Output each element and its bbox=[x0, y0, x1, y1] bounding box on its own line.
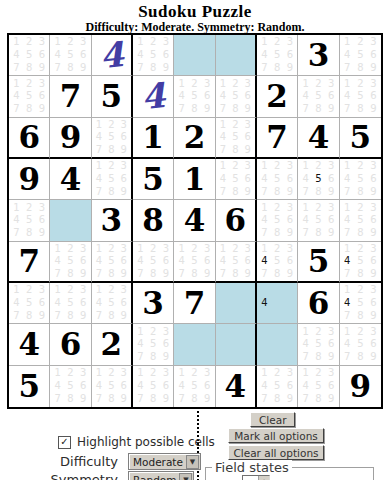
option-digit[interactable]: 7 bbox=[51, 310, 64, 323]
option-digit[interactable]: 2 bbox=[312, 160, 325, 173]
option-digit[interactable]: 4 bbox=[51, 255, 64, 267]
option-digit[interactable]: 5 bbox=[105, 131, 117, 143]
listbox-scrollbar[interactable]: ▲ bbox=[258, 476, 269, 480]
option-digit[interactable]: 8 bbox=[64, 268, 77, 280]
option-digit[interactable]: 1 bbox=[10, 36, 23, 49]
cell-r9c9[interactable]: 9 bbox=[340, 366, 381, 407]
option-digit[interactable]: 6 bbox=[118, 131, 130, 143]
option-digit[interactable]: 5 bbox=[312, 214, 325, 227]
option-digit[interactable]: 2 bbox=[105, 243, 117, 255]
option-digit[interactable]: 6 bbox=[118, 297, 130, 310]
cell-r6c6[interactable]: 123456789 bbox=[216, 242, 257, 283]
cell-r2c9[interactable]: 123456789 bbox=[340, 76, 381, 117]
option-digit[interactable]: 6 bbox=[77, 255, 90, 267]
option-digit[interactable]: 7 bbox=[134, 393, 147, 406]
option-digit[interactable]: 5 bbox=[354, 90, 367, 103]
option-digit[interactable]: 7 bbox=[258, 393, 271, 406]
cell-r8c6[interactable] bbox=[216, 324, 257, 365]
option-digit[interactable]: 1 bbox=[299, 160, 312, 173]
cell-r6c8[interactable]: 5 bbox=[298, 242, 339, 283]
cell-r1c9[interactable]: 123456789 bbox=[340, 35, 381, 76]
option-digit[interactable]: 5 bbox=[271, 173, 284, 186]
option-digit[interactable]: 7 bbox=[341, 103, 354, 116]
option-digit[interactable]: 8 bbox=[147, 268, 160, 280]
cell-r4c1[interactable]: 9 bbox=[9, 159, 50, 200]
option-digit[interactable]: 8 bbox=[354, 351, 367, 364]
option-digit[interactable]: 7 bbox=[299, 393, 312, 406]
option-digit[interactable]: 2 bbox=[188, 367, 201, 380]
option-digit[interactable]: 6 bbox=[242, 90, 254, 103]
option-digit[interactable]: 1 bbox=[341, 36, 354, 49]
option-digit[interactable]: 3 bbox=[284, 201, 297, 214]
option-digit[interactable]: 7 bbox=[258, 268, 271, 280]
option-digit[interactable]: 5 bbox=[229, 90, 241, 103]
cell-r9c5[interactable]: 123456789 bbox=[174, 366, 215, 407]
option-digit[interactable]: 3 bbox=[77, 367, 90, 380]
option-digit[interactable]: 9 bbox=[367, 62, 380, 75]
option-digit[interactable]: 1 bbox=[51, 367, 64, 380]
option-digit[interactable]: 2 bbox=[229, 160, 241, 173]
option-digit[interactable]: 6 bbox=[77, 297, 90, 310]
option-digit[interactable]: 2 bbox=[312, 367, 325, 380]
cell-r4c4[interactable]: 5 bbox=[133, 159, 174, 200]
option-digit[interactable]: 8 bbox=[229, 268, 241, 280]
option-digit[interactable]: 6 bbox=[201, 380, 214, 393]
option-digit[interactable] bbox=[284, 284, 297, 297]
option-digit[interactable]: 1 bbox=[258, 367, 271, 380]
option-digit[interactable]: 3 bbox=[201, 367, 214, 380]
option-digit[interactable]: 3 bbox=[367, 243, 380, 255]
option-digit[interactable]: 3 bbox=[36, 284, 49, 297]
option-digit[interactable]: 7 bbox=[175, 103, 188, 116]
option-digit[interactable]: 7 bbox=[93, 268, 105, 280]
option-digit[interactable]: 4 bbox=[217, 131, 229, 143]
option-digit[interactable]: 4 bbox=[258, 380, 271, 393]
option-digit[interactable]: 3 bbox=[77, 243, 90, 255]
option-digit[interactable]: 1 bbox=[10, 284, 23, 297]
option-digit[interactable]: 6 bbox=[325, 173, 338, 186]
option-digit[interactable]: 2 bbox=[229, 243, 241, 255]
option-digit[interactable]: 6 bbox=[77, 49, 90, 62]
option-digit[interactable]: 3 bbox=[160, 36, 173, 49]
cell-r5c8[interactable]: 123456789 bbox=[298, 200, 339, 241]
option-digit[interactable]: 4 bbox=[134, 338, 147, 351]
option-digit[interactable]: 2 bbox=[23, 36, 36, 49]
option-digit[interactable]: 6 bbox=[36, 214, 49, 227]
option-digit[interactable]: 1 bbox=[51, 36, 64, 49]
option-digit[interactable]: 9 bbox=[77, 310, 90, 323]
option-digit[interactable]: 1 bbox=[299, 325, 312, 338]
option-digit[interactable]: 3 bbox=[325, 367, 338, 380]
option-digit[interactable]: 9 bbox=[118, 310, 130, 323]
option-digit[interactable]: 4 bbox=[341, 297, 354, 310]
option-digit[interactable]: 5 bbox=[354, 214, 367, 227]
cell-r4c8[interactable]: 123456789 bbox=[298, 159, 339, 200]
option-digit[interactable]: 8 bbox=[23, 103, 36, 116]
option-digit[interactable]: 9 bbox=[242, 268, 254, 280]
option-digit[interactable]: 1 bbox=[217, 160, 229, 173]
option-digit[interactable]: 2 bbox=[188, 243, 201, 255]
option-digit[interactable]: 5 bbox=[105, 297, 117, 310]
option-digit[interactable]: 5 bbox=[105, 380, 117, 393]
option-digit[interactable]: 3 bbox=[367, 36, 380, 49]
option-digit[interactable]: 6 bbox=[77, 380, 90, 393]
option-digit[interactable]: 4 bbox=[341, 173, 354, 186]
option-digit[interactable]: 4 bbox=[258, 255, 271, 267]
cell-r1c3[interactable]: 4 bbox=[92, 35, 133, 76]
option-digit[interactable]: 2 bbox=[188, 77, 201, 90]
cell-r1c2[interactable]: 123456789 bbox=[50, 35, 91, 76]
option-digit[interactable]: 1 bbox=[341, 243, 354, 255]
option-digit[interactable]: 5 bbox=[354, 338, 367, 351]
option-digit[interactable]: 4 bbox=[341, 214, 354, 227]
option-digit[interactable]: 6 bbox=[284, 173, 297, 186]
option-digit[interactable]: 7 bbox=[299, 103, 312, 116]
option-digit[interactable]: 2 bbox=[64, 243, 77, 255]
option-digit[interactable]: 3 bbox=[325, 77, 338, 90]
option-digit[interactable]: 3 bbox=[325, 325, 338, 338]
cell-r9c4[interactable]: 123456789 bbox=[133, 366, 174, 407]
option-digit[interactable]: 5 bbox=[271, 380, 284, 393]
option-digit[interactable]: 1 bbox=[341, 160, 354, 173]
cell-r5c3[interactable]: 3 bbox=[92, 200, 133, 241]
option-digit[interactable]: 2 bbox=[354, 201, 367, 214]
cell-r8c3[interactable]: 2 bbox=[92, 324, 133, 365]
option-digit[interactable]: 3 bbox=[284, 367, 297, 380]
cell-r3c3[interactable]: 123456789 bbox=[92, 118, 133, 159]
option-digit[interactable]: 9 bbox=[160, 351, 173, 364]
option-digit[interactable]: 4 bbox=[51, 49, 64, 62]
option-digit[interactable]: 5 bbox=[354, 173, 367, 186]
option-digit[interactable]: 7 bbox=[258, 186, 271, 199]
cell-r1c6[interactable] bbox=[216, 35, 257, 76]
cell-r4c7[interactable]: 123456789 bbox=[257, 159, 298, 200]
option-digit[interactable]: 7 bbox=[217, 144, 229, 156]
cell-r7c2[interactable]: 123456789 bbox=[50, 283, 91, 324]
option-digit[interactable]: 2 bbox=[147, 325, 160, 338]
option-digit[interactable]: 8 bbox=[105, 144, 117, 156]
cell-r3c5[interactable]: 2 bbox=[174, 118, 215, 159]
option-digit[interactable]: 9 bbox=[118, 186, 130, 199]
option-digit[interactable]: 6 bbox=[160, 49, 173, 62]
option-digit[interactable]: 1 bbox=[217, 119, 229, 131]
option-digit[interactable]: 4 bbox=[341, 255, 354, 267]
option-digit[interactable]: 4 bbox=[10, 90, 23, 103]
option-digit[interactable]: 2 bbox=[312, 325, 325, 338]
option-digit[interactable]: 9 bbox=[284, 268, 297, 280]
option-digit[interactable]: 5 bbox=[64, 297, 77, 310]
option-digit[interactable]: 3 bbox=[118, 243, 130, 255]
option-digit[interactable]: 6 bbox=[367, 49, 380, 62]
option-digit[interactable]: 5 bbox=[354, 49, 367, 62]
cell-r6c1[interactable]: 7 bbox=[9, 242, 50, 283]
cell-r2c3[interactable]: 5 bbox=[92, 76, 133, 117]
option-digit[interactable]: 4 bbox=[341, 90, 354, 103]
clear-all-options-button[interactable]: Clear all options bbox=[228, 445, 324, 460]
option-digit[interactable]: 1 bbox=[217, 243, 229, 255]
option-digit[interactable]: 8 bbox=[188, 268, 201, 280]
option-digit[interactable]: 8 bbox=[147, 351, 160, 364]
option-digit[interactable]: 4 bbox=[258, 173, 271, 186]
option-digit[interactable]: 3 bbox=[284, 36, 297, 49]
option-digit[interactable]: 5 bbox=[312, 380, 325, 393]
option-digit[interactable]: 2 bbox=[147, 36, 160, 49]
option-digit[interactable]: 4 bbox=[93, 380, 105, 393]
option-digit[interactable] bbox=[284, 310, 297, 323]
option-digit[interactable]: 8 bbox=[271, 268, 284, 280]
option-digit[interactable]: 1 bbox=[10, 77, 23, 90]
option-digit[interactable]: 6 bbox=[325, 338, 338, 351]
option-digit[interactable]: 2 bbox=[354, 160, 367, 173]
option-digit[interactable]: 8 bbox=[105, 186, 117, 199]
option-digit[interactable]: 1 bbox=[175, 77, 188, 90]
option-digit[interactable]: 5 bbox=[105, 255, 117, 267]
option-digit[interactable]: 1 bbox=[93, 367, 105, 380]
option-digit[interactable]: 6 bbox=[160, 255, 173, 267]
option-digit[interactable]: 3 bbox=[367, 284, 380, 297]
cell-r2c8[interactable]: 123456789 bbox=[298, 76, 339, 117]
option-digit[interactable]: 9 bbox=[367, 268, 380, 280]
option-digit[interactable]: 1 bbox=[299, 367, 312, 380]
cell-r4c3[interactable]: 123456789 bbox=[92, 159, 133, 200]
option-digit[interactable]: 5 bbox=[312, 90, 325, 103]
option-digit[interactable]: 8 bbox=[312, 351, 325, 364]
option-digit[interactable]: 6 bbox=[36, 90, 49, 103]
option-digit[interactable]: 3 bbox=[160, 325, 173, 338]
option-digit[interactable]: 7 bbox=[217, 268, 229, 280]
option-digit[interactable]: 6 bbox=[367, 297, 380, 310]
option-digit[interactable]: 5 bbox=[23, 49, 36, 62]
option-digit[interactable]: 8 bbox=[23, 227, 36, 240]
symmetry-select[interactable]: Random ▼ bbox=[128, 471, 194, 480]
option-digit[interactable]: 6 bbox=[284, 214, 297, 227]
cell-r3c2[interactable]: 9 bbox=[50, 118, 91, 159]
option-digit[interactable]: 4 bbox=[341, 338, 354, 351]
option-digit[interactable]: 3 bbox=[367, 77, 380, 90]
option-digit[interactable]: 2 bbox=[271, 160, 284, 173]
option-digit[interactable]: 7 bbox=[341, 310, 354, 323]
option-digit[interactable]: 9 bbox=[367, 310, 380, 323]
option-digit[interactable]: 5 bbox=[147, 255, 160, 267]
clear-button[interactable]: Clear bbox=[250, 412, 295, 427]
option-digit[interactable]: 4 bbox=[175, 380, 188, 393]
option-digit[interactable]: 7 bbox=[299, 186, 312, 199]
cell-r2c6[interactable]: 123456789 bbox=[216, 76, 257, 117]
option-digit[interactable]: 4 bbox=[93, 173, 105, 186]
option-digit[interactable]: 6 bbox=[242, 255, 254, 267]
cell-r3c4[interactable]: 1 bbox=[133, 118, 174, 159]
cell-r4c6[interactable]: 123456789 bbox=[216, 159, 257, 200]
option-digit[interactable]: 8 bbox=[229, 103, 241, 116]
option-digit[interactable]: 4 bbox=[134, 380, 147, 393]
option-digit[interactable]: 6 bbox=[201, 255, 214, 267]
option-digit[interactable]: 4 bbox=[258, 49, 271, 62]
option-digit[interactable]: 5 bbox=[271, 49, 284, 62]
highlight-possible-cells-checkbox[interactable]: ✓ bbox=[58, 436, 71, 449]
option-digit[interactable]: 4 bbox=[175, 255, 188, 267]
option-digit[interactable]: 8 bbox=[354, 268, 367, 280]
option-digit[interactable]: 8 bbox=[229, 186, 241, 199]
option-digit[interactable]: 6 bbox=[367, 338, 380, 351]
cell-r7c3[interactable]: 123456789 bbox=[92, 283, 133, 324]
cell-r9c8[interactable]: 123456789 bbox=[298, 366, 339, 407]
option-digit[interactable]: 9 bbox=[160, 393, 173, 406]
option-digit[interactable]: 3 bbox=[77, 284, 90, 297]
option-digit[interactable]: 8 bbox=[105, 310, 117, 323]
cell-r6c9[interactable]: 123456789 bbox=[340, 242, 381, 283]
option-digit[interactable]: 2 bbox=[23, 284, 36, 297]
option-digit[interactable]: 6 bbox=[242, 131, 254, 143]
option-digit[interactable]: 9 bbox=[242, 186, 254, 199]
option-digit[interactable]: 2 bbox=[147, 243, 160, 255]
option-digit[interactable]: 4 bbox=[217, 173, 229, 186]
option-digit[interactable]: 5 bbox=[147, 380, 160, 393]
option-digit[interactable]: 1 bbox=[258, 160, 271, 173]
cell-r2c5[interactable]: 123456789 bbox=[174, 76, 215, 117]
option-digit[interactable]: 7 bbox=[217, 186, 229, 199]
option-digit[interactable]: 1 bbox=[93, 284, 105, 297]
cell-r5c2[interactable] bbox=[50, 200, 91, 241]
option-digit[interactable]: 6 bbox=[242, 173, 254, 186]
option-digit[interactable]: 7 bbox=[175, 268, 188, 280]
cell-r5c4[interactable]: 8 bbox=[133, 200, 174, 241]
option-digit[interactable]: 6 bbox=[118, 255, 130, 267]
option-digit[interactable]: 1 bbox=[93, 160, 105, 173]
cell-r8c2[interactable]: 6 bbox=[50, 324, 91, 365]
option-digit[interactable]: 9 bbox=[242, 103, 254, 116]
option-digit[interactable]: 8 bbox=[354, 103, 367, 116]
option-digit[interactable]: 1 bbox=[134, 325, 147, 338]
option-digit[interactable]: 7 bbox=[10, 310, 23, 323]
option-digit[interactable]: 9 bbox=[367, 351, 380, 364]
option-digit[interactable]: 8 bbox=[271, 62, 284, 75]
option-digit[interactable]: 8 bbox=[271, 186, 284, 199]
cell-r6c7[interactable]: 123456789 bbox=[257, 242, 298, 283]
option-digit[interactable] bbox=[271, 297, 284, 310]
option-digit[interactable]: 8 bbox=[64, 62, 77, 75]
option-digit[interactable]: 7 bbox=[93, 186, 105, 199]
option-digit[interactable]: 3 bbox=[118, 160, 130, 173]
option-digit[interactable]: 7 bbox=[341, 186, 354, 199]
option-digit[interactable]: 6 bbox=[325, 214, 338, 227]
cell-r2c2[interactable]: 7 bbox=[50, 76, 91, 117]
option-digit[interactable]: 9 bbox=[325, 103, 338, 116]
option-digit[interactable]: 7 bbox=[258, 227, 271, 240]
option-digit[interactable]: 6 bbox=[367, 255, 380, 267]
option-digit[interactable]: 3 bbox=[118, 284, 130, 297]
option-digit[interactable]: 3 bbox=[201, 77, 214, 90]
option-digit[interactable] bbox=[258, 284, 271, 297]
option-digit[interactable]: 4 bbox=[93, 255, 105, 267]
option-digit[interactable]: 4 bbox=[341, 49, 354, 62]
option-digit[interactable]: 4 bbox=[175, 90, 188, 103]
cell-r4c5[interactable]: 1 bbox=[174, 159, 215, 200]
option-digit[interactable]: 8 bbox=[312, 103, 325, 116]
option-digit[interactable]: 6 bbox=[36, 49, 49, 62]
option-digit[interactable]: 1 bbox=[341, 284, 354, 297]
option-digit[interactable]: 5 bbox=[64, 380, 77, 393]
option-digit[interactable]: 3 bbox=[160, 367, 173, 380]
option-digit[interactable]: 7 bbox=[93, 144, 105, 156]
option-digit[interactable]: 4 bbox=[299, 214, 312, 227]
option-digit[interactable]: 6 bbox=[118, 173, 130, 186]
cell-r5c6[interactable]: 6 bbox=[216, 200, 257, 241]
option-digit[interactable]: 3 bbox=[160, 243, 173, 255]
option-digit[interactable]: 9 bbox=[201, 103, 214, 116]
option-digit[interactable]: 9 bbox=[36, 310, 49, 323]
option-digit[interactable]: 9 bbox=[325, 351, 338, 364]
option-digit[interactable]: 7 bbox=[258, 62, 271, 75]
option-digit[interactable]: 6 bbox=[367, 90, 380, 103]
option-digit[interactable]: 9 bbox=[284, 62, 297, 75]
cell-r4c2[interactable]: 4 bbox=[50, 159, 91, 200]
option-digit[interactable]: 1 bbox=[134, 367, 147, 380]
cell-r9c7[interactable]: 123456789 bbox=[257, 366, 298, 407]
option-digit[interactable]: 2 bbox=[354, 77, 367, 90]
option-digit[interactable] bbox=[258, 310, 271, 323]
option-digit[interactable]: 3 bbox=[36, 201, 49, 214]
option-digit[interactable]: 7 bbox=[51, 268, 64, 280]
option-digit[interactable]: 5 bbox=[271, 255, 284, 267]
option-digit[interactable]: 9 bbox=[36, 62, 49, 75]
option-digit[interactable]: 4 bbox=[93, 131, 105, 143]
option-digit[interactable]: 9 bbox=[77, 393, 90, 406]
cell-r9c1[interactable]: 5 bbox=[9, 366, 50, 407]
option-digit[interactable]: 8 bbox=[312, 227, 325, 240]
field-states-listbox[interactable]: ▲ bbox=[242, 475, 270, 480]
option-digit[interactable]: 8 bbox=[23, 310, 36, 323]
option-digit[interactable]: 3 bbox=[201, 243, 214, 255]
option-digit[interactable]: 8 bbox=[105, 393, 117, 406]
option-digit[interactable]: 5 bbox=[188, 90, 201, 103]
option-digit[interactable]: 8 bbox=[64, 310, 77, 323]
option-digit[interactable]: 2 bbox=[271, 36, 284, 49]
option-digit[interactable]: 4 bbox=[93, 297, 105, 310]
option-digit[interactable]: 3 bbox=[325, 160, 338, 173]
option-digit[interactable]: 3 bbox=[284, 160, 297, 173]
option-digit[interactable]: 2 bbox=[312, 77, 325, 90]
option-digit[interactable]: 2 bbox=[354, 36, 367, 49]
option-digit[interactable]: 2 bbox=[354, 243, 367, 255]
option-digit[interactable]: 2 bbox=[354, 284, 367, 297]
option-digit[interactable]: 8 bbox=[354, 310, 367, 323]
option-digit[interactable]: 6 bbox=[284, 255, 297, 267]
option-digit[interactable]: 5 bbox=[229, 131, 241, 143]
cell-r5c1[interactable]: 123456789 bbox=[9, 200, 50, 241]
option-digit[interactable]: 5 bbox=[188, 380, 201, 393]
cell-r6c3[interactable]: 123456789 bbox=[92, 242, 133, 283]
option-digit[interactable]: 7 bbox=[134, 62, 147, 75]
option-digit[interactable]: 3 bbox=[118, 367, 130, 380]
cell-r3c7[interactable]: 7 bbox=[257, 118, 298, 159]
option-digit[interactable]: 9 bbox=[118, 144, 130, 156]
option-digit[interactable]: 8 bbox=[105, 268, 117, 280]
option-digit[interactable]: 3 bbox=[77, 36, 90, 49]
option-digit[interactable]: 1 bbox=[258, 36, 271, 49]
option-digit[interactable]: 9 bbox=[201, 268, 214, 280]
option-digit[interactable] bbox=[271, 284, 284, 297]
option-digit[interactable]: 5 bbox=[64, 255, 77, 267]
option-digit[interactable]: 6 bbox=[325, 380, 338, 393]
option-digit[interactable]: 5 bbox=[23, 90, 36, 103]
cell-r7c9[interactable]: 123456789 bbox=[340, 283, 381, 324]
option-digit[interactable]: 4 bbox=[134, 49, 147, 62]
cell-r7c4[interactable]: 3 bbox=[133, 283, 174, 324]
option-digit[interactable]: 7 bbox=[175, 393, 188, 406]
option-digit[interactable]: 4 bbox=[217, 255, 229, 267]
option-digit[interactable]: 4 bbox=[299, 338, 312, 351]
option-digit[interactable]: 7 bbox=[10, 62, 23, 75]
